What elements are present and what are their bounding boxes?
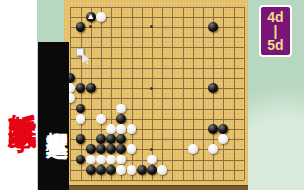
black-stone <box>76 22 86 32</box>
grid-line-vertical <box>81 7 82 180</box>
black-stone <box>208 124 218 134</box>
black-stone <box>76 134 86 144</box>
go-board[interactable] <box>64 0 248 190</box>
black-stone <box>218 124 228 134</box>
rank-badge-top: 4d <box>267 10 283 24</box>
second-slogan-banner: 探索棋之正道 <box>38 42 69 190</box>
white-stone <box>208 144 218 154</box>
black-stone <box>137 165 147 175</box>
grid-line-horizontal <box>70 7 243 8</box>
mouse-cursor-icon <box>82 53 90 64</box>
black-stone <box>86 144 96 154</box>
grid-line-vertical <box>142 7 143 180</box>
black-stone <box>96 134 106 144</box>
triangle-marker <box>88 14 94 19</box>
white-stone <box>106 124 116 134</box>
grid-line-vertical <box>244 7 245 180</box>
white-stone <box>218 134 228 144</box>
video-thumbnail: 斩断实战恶手 探索棋之正道 4d | 5d <box>0 0 304 190</box>
grid-line-vertical <box>162 7 163 180</box>
grid-line-vertical <box>223 7 224 180</box>
black-stone <box>208 83 218 93</box>
grid-line-vertical <box>203 7 204 180</box>
black-stone <box>96 165 106 175</box>
white-stone <box>96 155 106 165</box>
grid-line-horizontal <box>70 58 243 59</box>
white-stone <box>157 165 167 175</box>
black-stone <box>116 114 126 124</box>
grid-line-horizontal <box>70 98 243 99</box>
white-stone <box>86 155 96 165</box>
board-front-edge <box>64 185 248 190</box>
rank-badge-divider: | <box>274 24 278 38</box>
rank-badge: 4d | 5d <box>259 5 292 57</box>
black-stone <box>86 83 96 93</box>
grid-line-vertical <box>152 7 153 180</box>
black-stone <box>106 144 116 154</box>
white-stone <box>127 124 137 134</box>
grid-line-horizontal <box>70 47 243 48</box>
hoshi-point <box>150 148 153 151</box>
black-stone <box>76 104 86 114</box>
grid-line-horizontal <box>70 109 243 110</box>
white-stone <box>188 144 198 154</box>
grid-line-horizontal <box>70 180 243 181</box>
black-stone <box>208 22 218 32</box>
grid-line-vertical <box>183 7 184 180</box>
grid-line-horizontal <box>70 68 243 69</box>
black-stone <box>76 83 86 93</box>
hoshi-point <box>89 25 92 28</box>
white-stone <box>96 12 106 22</box>
marked-black-stone <box>86 12 96 22</box>
grid-line-vertical <box>172 7 173 180</box>
white-stone <box>106 155 116 165</box>
black-stone <box>106 165 116 175</box>
white-stone <box>127 165 137 175</box>
white-stone <box>76 114 86 124</box>
black-stone <box>116 144 126 154</box>
white-stone <box>116 155 126 165</box>
black-stone <box>106 134 116 144</box>
white-stone <box>116 124 126 134</box>
hoshi-point <box>150 87 153 90</box>
white-stone <box>96 114 106 124</box>
left-slogan-banner: 斩断实战恶手 <box>0 0 37 190</box>
rank-badge-bottom: 5d <box>267 38 283 52</box>
white-stone <box>116 104 126 114</box>
hoshi-point <box>150 25 153 28</box>
black-stone <box>86 165 96 175</box>
black-stone <box>76 155 86 165</box>
black-stone <box>116 134 126 144</box>
white-stone <box>127 144 137 154</box>
grid-line-vertical <box>234 7 235 180</box>
white-stone <box>147 155 157 165</box>
grid-line-horizontal <box>70 78 243 79</box>
grid-line-horizontal <box>70 37 243 38</box>
white-stone <box>116 165 126 175</box>
black-stone <box>147 165 157 175</box>
black-stone <box>96 144 106 154</box>
